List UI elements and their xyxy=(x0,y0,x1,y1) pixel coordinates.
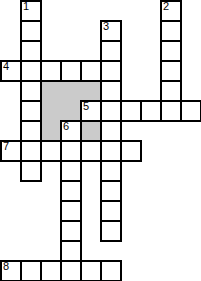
crossword-cell[interactable]: 4 xyxy=(0,60,22,82)
crossword-cell[interactable] xyxy=(100,200,122,222)
crossword-cell[interactable] xyxy=(40,140,62,162)
crossword-cell[interactable]: 6 xyxy=(60,120,82,142)
crossword-cell[interactable] xyxy=(20,20,42,42)
crossword-cell[interactable] xyxy=(60,60,82,82)
crossword-cell[interactable]: 2 xyxy=(160,0,182,22)
crossword-cell[interactable] xyxy=(20,160,42,182)
crossword-cell[interactable] xyxy=(160,60,182,82)
crossword-cell[interactable] xyxy=(60,220,82,242)
crossword-cell[interactable] xyxy=(40,60,62,82)
crossword-cell[interactable] xyxy=(60,240,82,262)
crossword-cell[interactable] xyxy=(60,260,82,281)
crossword-cell[interactable] xyxy=(60,140,82,162)
crossword-cell[interactable] xyxy=(100,180,122,202)
shaded-cell xyxy=(61,101,81,121)
shaded-cell xyxy=(81,121,101,141)
crossword-cell[interactable] xyxy=(120,100,142,122)
shaded-cell xyxy=(81,81,101,101)
crossword-cell[interactable] xyxy=(160,80,182,102)
shaded-cell xyxy=(41,81,61,101)
clue-number: 5 xyxy=(83,101,89,112)
crossword-cell[interactable] xyxy=(80,60,102,82)
crossword-cell[interactable] xyxy=(80,140,102,162)
clue-number: 3 xyxy=(103,21,109,32)
clue-number: 7 xyxy=(3,141,9,152)
crossword-cell[interactable] xyxy=(20,60,42,82)
crossword-cell[interactable] xyxy=(20,100,42,122)
crossword-cell[interactable] xyxy=(160,100,182,122)
crossword-cell[interactable] xyxy=(100,60,122,82)
clue-number: 8 xyxy=(3,261,9,272)
crossword-cell[interactable] xyxy=(100,100,122,122)
crossword-cell[interactable] xyxy=(100,260,122,281)
shaded-cell xyxy=(41,101,61,121)
crossword-cell[interactable] xyxy=(20,260,42,281)
clue-number: 2 xyxy=(163,1,169,12)
crossword-cell[interactable] xyxy=(140,100,162,122)
crossword-cell[interactable] xyxy=(100,120,122,142)
clue-number: 1 xyxy=(23,1,29,12)
shaded-cell xyxy=(41,121,61,141)
clue-number: 6 xyxy=(63,121,69,132)
crossword-board: 12345678 xyxy=(0,0,201,281)
crossword-cell[interactable] xyxy=(40,260,62,281)
crossword-cell[interactable] xyxy=(100,220,122,242)
crossword-cell[interactable]: 5 xyxy=(80,100,102,122)
crossword-cell[interactable] xyxy=(160,20,182,42)
crossword-cell[interactable]: 1 xyxy=(20,0,42,22)
crossword-cell[interactable] xyxy=(100,160,122,182)
crossword-cell[interactable] xyxy=(100,40,122,62)
crossword-cell[interactable] xyxy=(60,180,82,202)
crossword-cell[interactable] xyxy=(180,100,201,122)
crossword-cell[interactable] xyxy=(20,140,42,162)
crossword-cell[interactable] xyxy=(100,140,122,162)
crossword-cell[interactable] xyxy=(20,40,42,62)
crossword-cell[interactable] xyxy=(80,260,102,281)
shaded-cell xyxy=(61,81,81,101)
crossword-cell[interactable] xyxy=(60,160,82,182)
crossword-cell[interactable] xyxy=(160,40,182,62)
crossword-cell[interactable] xyxy=(100,80,122,102)
crossword-cell[interactable] xyxy=(60,200,82,222)
crossword-cell[interactable] xyxy=(20,80,42,102)
crossword-cell[interactable] xyxy=(120,140,142,162)
crossword-cell[interactable]: 3 xyxy=(100,20,122,42)
crossword-cell[interactable]: 7 xyxy=(0,140,22,162)
crossword-cell[interactable] xyxy=(20,120,42,142)
crossword-cell[interactable]: 8 xyxy=(0,260,22,281)
clue-number: 4 xyxy=(3,61,9,72)
